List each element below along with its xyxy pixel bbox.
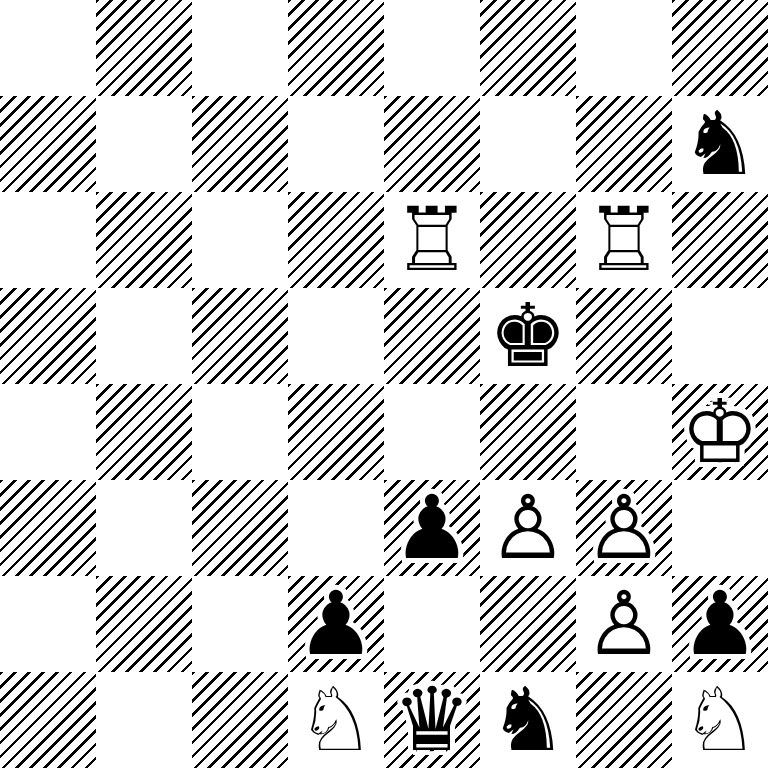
- square-a2[interactable]: [0, 576, 96, 672]
- square-a3[interactable]: [0, 480, 96, 576]
- square-g3[interactable]: ♟♙: [576, 480, 672, 576]
- square-c7[interactable]: [192, 96, 288, 192]
- square-a1[interactable]: [0, 672, 96, 768]
- white-pawn-piece: ♙: [576, 576, 672, 672]
- square-h5[interactable]: [672, 288, 768, 384]
- square-e1[interactable]: ♛♛: [384, 672, 480, 768]
- black-queen-piece: ♛: [384, 672, 480, 768]
- piece-halo: ♟: [576, 480, 672, 576]
- square-f8[interactable]: [480, 0, 576, 96]
- square-e8[interactable]: [384, 0, 480, 96]
- square-h8[interactable]: [672, 0, 768, 96]
- square-b4[interactable]: [96, 384, 192, 480]
- square-c8[interactable]: [192, 0, 288, 96]
- white-pawn-piece: ♙: [480, 480, 576, 576]
- square-g4[interactable]: [576, 384, 672, 480]
- white-king-piece: ♔: [672, 384, 768, 480]
- square-d4[interactable]: [288, 384, 384, 480]
- square-e2[interactable]: [384, 576, 480, 672]
- square-d7[interactable]: [288, 96, 384, 192]
- square-b5[interactable]: [96, 288, 192, 384]
- black-pawn-piece: ♟: [288, 576, 384, 672]
- piece-halo: ♚: [672, 384, 768, 480]
- black-king-piece: ♚: [480, 288, 576, 384]
- piece-halo: ♞: [672, 672, 768, 768]
- square-a5[interactable]: [0, 288, 96, 384]
- square-a6[interactable]: [0, 192, 96, 288]
- black-knight-piece: ♞: [480, 672, 576, 768]
- square-h1[interactable]: ♞♘: [672, 672, 768, 768]
- square-g6[interactable]: ♜♖: [576, 192, 672, 288]
- piece-halo: ♛: [384, 672, 480, 768]
- square-b8[interactable]: [96, 0, 192, 96]
- square-e6[interactable]: ♜♖: [384, 192, 480, 288]
- square-d3[interactable]: [288, 480, 384, 576]
- black-pawn-piece: ♟: [672, 576, 768, 672]
- piece-halo: ♞: [480, 672, 576, 768]
- square-c4[interactable]: [192, 384, 288, 480]
- square-c1[interactable]: [192, 672, 288, 768]
- square-f1[interactable]: ♞♞: [480, 672, 576, 768]
- square-c6[interactable]: [192, 192, 288, 288]
- square-c2[interactable]: [192, 576, 288, 672]
- square-d6[interactable]: [288, 192, 384, 288]
- square-b6[interactable]: [96, 192, 192, 288]
- square-f4[interactable]: [480, 384, 576, 480]
- square-f5[interactable]: ♚♚: [480, 288, 576, 384]
- square-g1[interactable]: [576, 672, 672, 768]
- piece-halo: ♜: [384, 192, 480, 288]
- square-d5[interactable]: [288, 288, 384, 384]
- square-e5[interactable]: [384, 288, 480, 384]
- square-b2[interactable]: [96, 576, 192, 672]
- white-rook-piece: ♖: [576, 192, 672, 288]
- square-e3[interactable]: ♟♟: [384, 480, 480, 576]
- square-h6[interactable]: [672, 192, 768, 288]
- square-f6[interactable]: [480, 192, 576, 288]
- square-c5[interactable]: [192, 288, 288, 384]
- square-b3[interactable]: [96, 480, 192, 576]
- square-f3[interactable]: ♟♙: [480, 480, 576, 576]
- white-knight-piece: ♘: [672, 672, 768, 768]
- square-g2[interactable]: ♟♙: [576, 576, 672, 672]
- square-g5[interactable]: [576, 288, 672, 384]
- square-c3[interactable]: [192, 480, 288, 576]
- square-g8[interactable]: [576, 0, 672, 96]
- square-a8[interactable]: [0, 0, 96, 96]
- black-knight-piece: ♞: [672, 96, 768, 192]
- square-a4[interactable]: [0, 384, 96, 480]
- square-d8[interactable]: [288, 0, 384, 96]
- square-b1[interactable]: [96, 672, 192, 768]
- white-pawn-piece: ♙: [576, 480, 672, 576]
- square-f7[interactable]: [480, 96, 576, 192]
- chess-board: ♞♞♜♖♜♖♚♚♚♔♟♟♟♙♟♙♟♟♟♙♟♟♞♘♛♛♞♞♞♘: [0, 0, 768, 768]
- piece-halo: ♚: [480, 288, 576, 384]
- square-e4[interactable]: [384, 384, 480, 480]
- square-d2[interactable]: ♟♟: [288, 576, 384, 672]
- piece-halo: ♞: [288, 672, 384, 768]
- piece-halo: ♟: [480, 480, 576, 576]
- square-h4[interactable]: ♚♔: [672, 384, 768, 480]
- piece-halo: ♜: [576, 192, 672, 288]
- chess-diagram: ♞♞♜♖♜♖♚♚♚♔♟♟♟♙♟♙♟♟♟♙♟♟♞♘♛♛♞♞♞♘: [0, 0, 768, 768]
- piece-halo: ♟: [288, 576, 384, 672]
- square-a7[interactable]: [0, 96, 96, 192]
- white-knight-piece: ♘: [288, 672, 384, 768]
- square-h3[interactable]: [672, 480, 768, 576]
- square-d1[interactable]: ♞♘: [288, 672, 384, 768]
- square-h7[interactable]: ♞♞: [672, 96, 768, 192]
- piece-halo: ♟: [384, 480, 480, 576]
- square-g7[interactable]: [576, 96, 672, 192]
- black-pawn-piece: ♟: [384, 480, 480, 576]
- piece-halo: ♟: [672, 576, 768, 672]
- piece-halo: ♟: [576, 576, 672, 672]
- white-rook-piece: ♖: [384, 192, 480, 288]
- square-f2[interactable]: [480, 576, 576, 672]
- piece-halo: ♞: [672, 96, 768, 192]
- square-e7[interactable]: [384, 96, 480, 192]
- square-h2[interactable]: ♟♟: [672, 576, 768, 672]
- square-b7[interactable]: [96, 96, 192, 192]
